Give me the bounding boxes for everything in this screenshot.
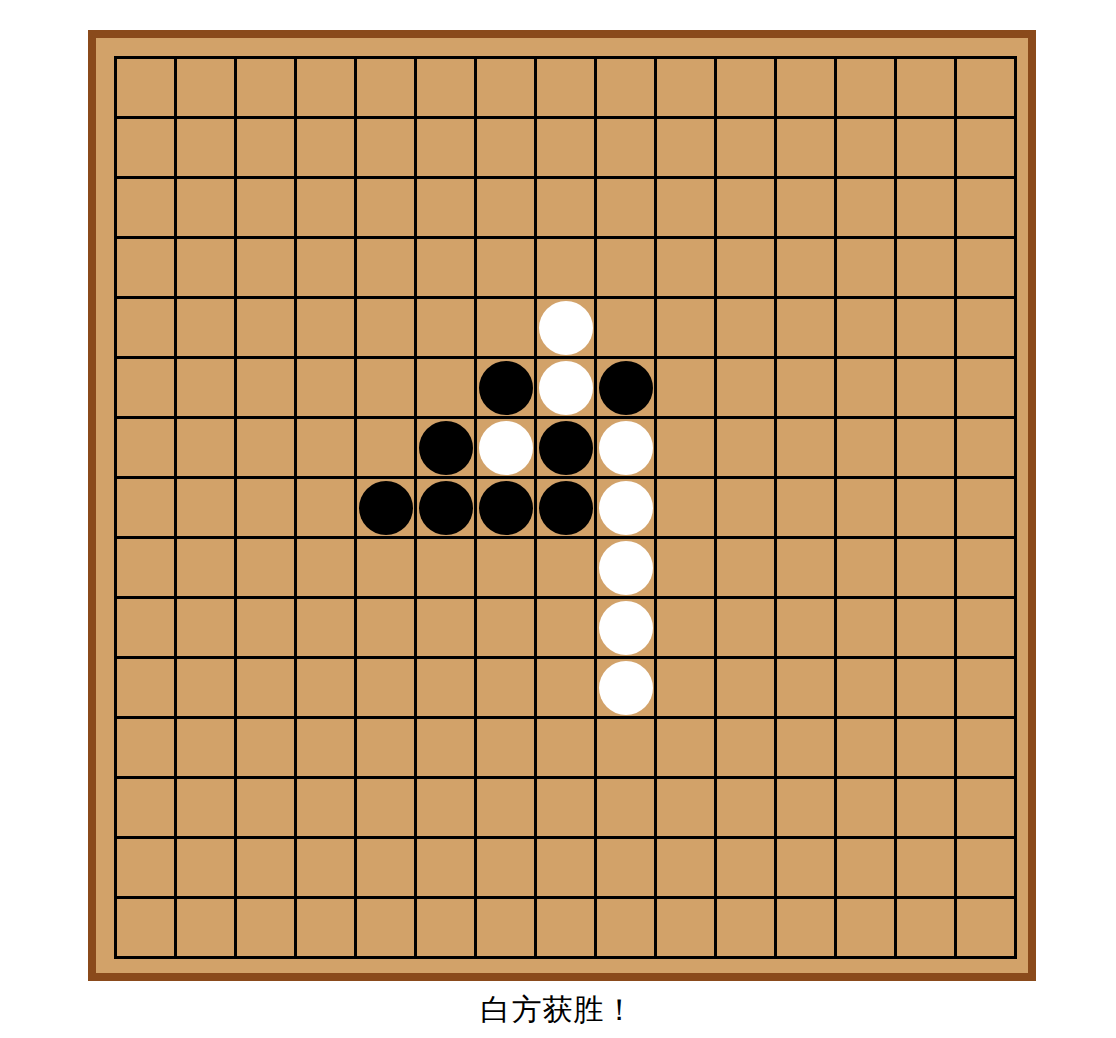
- white-stone: ●: [479, 421, 533, 475]
- board-cell[interactable]: [537, 779, 594, 836]
- board-cell[interactable]: [177, 839, 234, 896]
- board-cell[interactable]: ●: [537, 419, 594, 476]
- board-cell[interactable]: [657, 59, 714, 116]
- board-cell[interactable]: [237, 659, 294, 716]
- board-cell[interactable]: [177, 539, 234, 596]
- board-cell[interactable]: [237, 239, 294, 296]
- board-cell[interactable]: [537, 239, 594, 296]
- board-cell[interactable]: [117, 419, 174, 476]
- board-cell[interactable]: [777, 719, 834, 776]
- board-cell[interactable]: [177, 719, 234, 776]
- board-cell[interactable]: [717, 419, 774, 476]
- white-stone: ●: [539, 361, 593, 415]
- board-cell[interactable]: [657, 419, 714, 476]
- board-cell[interactable]: [897, 719, 954, 776]
- black-stone: ●: [419, 481, 473, 535]
- board-cell[interactable]: [777, 119, 834, 176]
- board-cell[interactable]: [597, 839, 654, 896]
- board-cell[interactable]: [417, 599, 474, 656]
- board-cell[interactable]: ●: [417, 479, 474, 536]
- board-cell[interactable]: [837, 359, 894, 416]
- board-cell[interactable]: [117, 179, 174, 236]
- board-cell[interactable]: [357, 419, 414, 476]
- board-cell[interactable]: [537, 719, 594, 776]
- board-cell[interactable]: [837, 539, 894, 596]
- board-cell[interactable]: [777, 59, 834, 116]
- board-cell[interactable]: [837, 779, 894, 836]
- board-cell[interactable]: [237, 59, 294, 116]
- board-cell[interactable]: [897, 539, 954, 596]
- board-cell[interactable]: [657, 599, 714, 656]
- board-cell[interactable]: [777, 539, 834, 596]
- board-cell[interactable]: ●: [417, 419, 474, 476]
- board-cell[interactable]: ●: [477, 479, 534, 536]
- board-cell[interactable]: [897, 179, 954, 236]
- board-cell[interactable]: [117, 599, 174, 656]
- board-cell[interactable]: [357, 539, 414, 596]
- board-cell[interactable]: [417, 719, 474, 776]
- black-stone: ●: [479, 481, 533, 535]
- board-cell[interactable]: [357, 779, 414, 836]
- board-cell[interactable]: [357, 899, 414, 956]
- board-cell[interactable]: [897, 899, 954, 956]
- board-cell[interactable]: ●: [597, 479, 654, 536]
- board-cell[interactable]: [297, 839, 354, 896]
- board-cell[interactable]: [177, 59, 234, 116]
- board-cell[interactable]: [297, 179, 354, 236]
- board-cell[interactable]: [117, 299, 174, 356]
- black-stone: ●: [539, 421, 593, 475]
- board-cell[interactable]: [177, 179, 234, 236]
- board-cell[interactable]: [117, 539, 174, 596]
- board-cell[interactable]: [957, 179, 1014, 236]
- board-cell[interactable]: [597, 239, 654, 296]
- board-cell[interactable]: [957, 239, 1014, 296]
- board-cell[interactable]: [297, 119, 354, 176]
- board-cell[interactable]: [237, 299, 294, 356]
- board-cell[interactable]: [357, 59, 414, 116]
- board-cell[interactable]: [537, 59, 594, 116]
- board-cell[interactable]: [837, 179, 894, 236]
- board-cell[interactable]: [297, 539, 354, 596]
- board-cell[interactable]: [477, 659, 534, 716]
- board-cell[interactable]: [897, 299, 954, 356]
- board-cell[interactable]: [417, 119, 474, 176]
- board-cell[interactable]: [117, 839, 174, 896]
- white-stone: ●: [599, 541, 653, 595]
- board-cell[interactable]: [417, 779, 474, 836]
- board-cell[interactable]: [357, 359, 414, 416]
- board-cell[interactable]: [177, 899, 234, 956]
- board-cell[interactable]: [777, 239, 834, 296]
- board-cell[interactable]: [657, 359, 714, 416]
- board-cell[interactable]: [897, 239, 954, 296]
- board-cell[interactable]: [357, 179, 414, 236]
- board-cell[interactable]: [357, 239, 414, 296]
- board-cell[interactable]: [297, 359, 354, 416]
- board-cell[interactable]: ●: [597, 659, 654, 716]
- board-cell[interactable]: [597, 899, 654, 956]
- white-stone: ●: [599, 661, 653, 715]
- board-cell[interactable]: [297, 599, 354, 656]
- board-cell[interactable]: [837, 119, 894, 176]
- board-cell[interactable]: [477, 299, 534, 356]
- board-cell[interactable]: [957, 419, 1014, 476]
- board-cell[interactable]: ●: [477, 359, 534, 416]
- board-cell[interactable]: [177, 779, 234, 836]
- board-cell[interactable]: ●: [597, 539, 654, 596]
- board-cell[interactable]: [357, 659, 414, 716]
- board-cell[interactable]: [957, 839, 1014, 896]
- board-cell[interactable]: [117, 779, 174, 836]
- board-cell[interactable]: [537, 179, 594, 236]
- board-cell[interactable]: [177, 419, 234, 476]
- board-cell[interactable]: [177, 479, 234, 536]
- board-cell[interactable]: ●: [477, 419, 534, 476]
- board-cell[interactable]: [597, 119, 654, 176]
- board-cell[interactable]: [237, 839, 294, 896]
- board-cell[interactable]: [837, 59, 894, 116]
- board-cell[interactable]: [837, 479, 894, 536]
- board-cell[interactable]: [777, 479, 834, 536]
- board-cell[interactable]: [837, 659, 894, 716]
- white-stone: ●: [599, 481, 653, 535]
- board-cell[interactable]: [177, 359, 234, 416]
- board-cell[interactable]: [657, 299, 714, 356]
- board-cell[interactable]: [837, 599, 894, 656]
- black-stone: ●: [419, 421, 473, 475]
- board-cell[interactable]: [837, 899, 894, 956]
- board-cell[interactable]: [477, 719, 534, 776]
- board-cell[interactable]: [717, 839, 774, 896]
- board-cell[interactable]: [777, 839, 834, 896]
- board-cell[interactable]: [237, 479, 294, 536]
- board-cell[interactable]: [717, 179, 774, 236]
- board-cell[interactable]: [597, 719, 654, 776]
- board-cell[interactable]: [477, 779, 534, 836]
- board-cell[interactable]: [957, 599, 1014, 656]
- board-cell[interactable]: ●: [357, 479, 414, 536]
- board-cell[interactable]: [117, 899, 174, 956]
- board-cell[interactable]: [417, 659, 474, 716]
- board-cell[interactable]: [537, 599, 594, 656]
- board-cell[interactable]: [537, 899, 594, 956]
- board-cell[interactable]: [537, 539, 594, 596]
- board-cell[interactable]: [957, 899, 1014, 956]
- board-cell[interactable]: [477, 839, 534, 896]
- board-cell[interactable]: [837, 719, 894, 776]
- board-cell[interactable]: [177, 599, 234, 656]
- board-cell[interactable]: [177, 299, 234, 356]
- board-cell[interactable]: [477, 899, 534, 956]
- board-cell[interactable]: [237, 779, 294, 836]
- board-cell[interactable]: [357, 719, 414, 776]
- board-cell[interactable]: [777, 599, 834, 656]
- board-cell[interactable]: [717, 59, 774, 116]
- black-stone: ●: [359, 481, 413, 535]
- board-cell[interactable]: [237, 599, 294, 656]
- board-cell[interactable]: [777, 359, 834, 416]
- board-grid: ●●●●●●●●●●●●●●●●: [114, 56, 1017, 959]
- board-cell[interactable]: [717, 119, 774, 176]
- board-cell[interactable]: [597, 779, 654, 836]
- black-stone: ●: [599, 361, 653, 415]
- board-cell[interactable]: [777, 299, 834, 356]
- board-cell[interactable]: [477, 59, 534, 116]
- board-cell[interactable]: [477, 119, 534, 176]
- board-cell[interactable]: [357, 299, 414, 356]
- board-cell[interactable]: [117, 479, 174, 536]
- board-cell[interactable]: [897, 839, 954, 896]
- board-cell[interactable]: [237, 539, 294, 596]
- board-cell[interactable]: [117, 59, 174, 116]
- board-cell[interactable]: [237, 719, 294, 776]
- board-cell[interactable]: ●: [537, 359, 594, 416]
- board-cell[interactable]: [897, 419, 954, 476]
- board-cell[interactable]: [897, 779, 954, 836]
- white-stone: ●: [599, 601, 653, 655]
- board-cell[interactable]: [957, 299, 1014, 356]
- board-cell[interactable]: [717, 599, 774, 656]
- board-cell[interactable]: [657, 839, 714, 896]
- board-cell[interactable]: [837, 299, 894, 356]
- board-cell[interactable]: [117, 359, 174, 416]
- board-cell[interactable]: [597, 59, 654, 116]
- board-cell[interactable]: [417, 359, 474, 416]
- board-cell[interactable]: ●: [537, 299, 594, 356]
- board-cell[interactable]: [237, 359, 294, 416]
- board-cell[interactable]: ●: [597, 419, 654, 476]
- board-cell[interactable]: [657, 179, 714, 236]
- board-cell[interactable]: [177, 119, 234, 176]
- board-cell[interactable]: [957, 539, 1014, 596]
- board-cell[interactable]: [237, 179, 294, 236]
- board-cell[interactable]: [957, 719, 1014, 776]
- board-cell[interactable]: [717, 899, 774, 956]
- board-cell[interactable]: [897, 119, 954, 176]
- board-cell[interactable]: [117, 239, 174, 296]
- board-cell[interactable]: [657, 239, 714, 296]
- board-cell[interactable]: [657, 479, 714, 536]
- board-cell[interactable]: [837, 419, 894, 476]
- board-cell[interactable]: [657, 779, 714, 836]
- board-cell[interactable]: [957, 659, 1014, 716]
- board-cell[interactable]: [597, 299, 654, 356]
- board-cell[interactable]: [237, 899, 294, 956]
- board-cell[interactable]: [717, 239, 774, 296]
- board-cell[interactable]: [117, 119, 174, 176]
- board-cell[interactable]: [357, 839, 414, 896]
- board-cell[interactable]: ●: [597, 359, 654, 416]
- board-cell[interactable]: [657, 899, 714, 956]
- board-cell[interactable]: [477, 179, 534, 236]
- white-stone: ●: [539, 301, 593, 355]
- board-cell[interactable]: [777, 179, 834, 236]
- board-cell[interactable]: [417, 59, 474, 116]
- board-cell[interactable]: [537, 119, 594, 176]
- board-cell[interactable]: [777, 899, 834, 956]
- board-cell[interactable]: [297, 299, 354, 356]
- board-cell[interactable]: [117, 719, 174, 776]
- board-cell[interactable]: [237, 119, 294, 176]
- board-cell[interactable]: [717, 359, 774, 416]
- board-cell[interactable]: [657, 119, 714, 176]
- board-frame: ●●●●●●●●●●●●●●●●: [88, 30, 1036, 981]
- board-cell[interactable]: [297, 719, 354, 776]
- board-cell[interactable]: [297, 419, 354, 476]
- board-cell[interactable]: [477, 539, 534, 596]
- board-cell[interactable]: [237, 419, 294, 476]
- board-cell[interactable]: [537, 839, 594, 896]
- board-cell[interactable]: [957, 779, 1014, 836]
- board-cell[interactable]: [897, 659, 954, 716]
- board-cell[interactable]: [357, 599, 414, 656]
- board-cell[interactable]: [417, 299, 474, 356]
- black-stone: ●: [479, 361, 533, 415]
- board-cell[interactable]: [837, 239, 894, 296]
- board-cell[interactable]: [717, 479, 774, 536]
- board-cell[interactable]: [297, 779, 354, 836]
- board-cell[interactable]: [297, 59, 354, 116]
- board-cell[interactable]: ●: [597, 599, 654, 656]
- board-cell[interactable]: [177, 659, 234, 716]
- board-cell[interactable]: ●: [537, 479, 594, 536]
- board-cell[interactable]: [477, 239, 534, 296]
- page: ●●●●●●●●●●●●●●●● 白方获胜！: [0, 0, 1116, 1038]
- board-cell[interactable]: [957, 479, 1014, 536]
- board-cell[interactable]: [897, 359, 954, 416]
- board-cell[interactable]: [657, 659, 714, 716]
- board-cell[interactable]: [117, 659, 174, 716]
- board-cell[interactable]: [417, 179, 474, 236]
- board-cell[interactable]: [357, 119, 414, 176]
- board-cell[interactable]: [897, 479, 954, 536]
- board-cell[interactable]: [897, 59, 954, 116]
- board-cell[interactable]: [297, 899, 354, 956]
- board-cell[interactable]: [657, 539, 714, 596]
- board-cell[interactable]: [837, 839, 894, 896]
- board-cell[interactable]: [777, 779, 834, 836]
- board-cell[interactable]: [297, 239, 354, 296]
- board-cell[interactable]: [957, 59, 1014, 116]
- board-cell[interactable]: [957, 119, 1014, 176]
- board-cell[interactable]: [777, 659, 834, 716]
- board-cell[interactable]: [717, 659, 774, 716]
- board-cell[interactable]: [477, 599, 534, 656]
- board-cell[interactable]: [957, 359, 1014, 416]
- board-cell[interactable]: [417, 899, 474, 956]
- board-cell[interactable]: [777, 419, 834, 476]
- status-text: 白方获胜！: [0, 990, 1116, 1031]
- board-cell[interactable]: [417, 539, 474, 596]
- board-cell[interactable]: [717, 299, 774, 356]
- board-cell[interactable]: [717, 779, 774, 836]
- board-cell[interactable]: [417, 839, 474, 896]
- black-stone: ●: [539, 481, 593, 535]
- board-cell[interactable]: [717, 719, 774, 776]
- board-cell[interactable]: [297, 659, 354, 716]
- board-cell[interactable]: [297, 479, 354, 536]
- board-cell[interactable]: [717, 539, 774, 596]
- board-cell[interactable]: [597, 179, 654, 236]
- board-cell[interactable]: [177, 239, 234, 296]
- board-cell[interactable]: [657, 719, 714, 776]
- white-stone: ●: [599, 421, 653, 475]
- board-cell[interactable]: [417, 239, 474, 296]
- board-cell[interactable]: [537, 659, 594, 716]
- board-cell[interactable]: [897, 599, 954, 656]
